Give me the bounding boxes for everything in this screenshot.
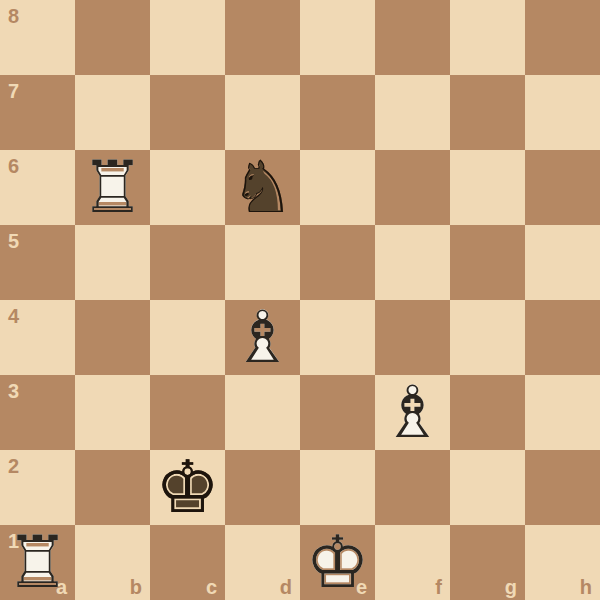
- square-d4[interactable]: ♝♗: [225, 300, 300, 375]
- piece-black-king-c2[interactable]: ♚♔: [150, 450, 225, 525]
- white-bishop-outline-glyph: ♗: [375, 375, 450, 450]
- square-e5[interactable]: [300, 225, 375, 300]
- white-rook-outline-glyph: ♖: [75, 150, 150, 225]
- square-b8[interactable]: [75, 0, 150, 75]
- square-c4[interactable]: [150, 300, 225, 375]
- black-king-outline-glyph: ♔: [150, 450, 225, 525]
- square-a1[interactable]: 1a♜♖: [0, 525, 75, 600]
- square-f6[interactable]: [375, 150, 450, 225]
- square-g8[interactable]: [450, 0, 525, 75]
- square-f2[interactable]: [375, 450, 450, 525]
- square-f8[interactable]: [375, 0, 450, 75]
- piece-white-king-e1[interactable]: ♚♔: [300, 525, 375, 600]
- square-d7[interactable]: [225, 75, 300, 150]
- square-f1[interactable]: f: [375, 525, 450, 600]
- chess-board: 876♜♖♞♘54♝♗3♝♗2♚♔1a♜♖bcde♚♔fgh: [0, 0, 600, 600]
- square-g5[interactable]: [450, 225, 525, 300]
- square-e4[interactable]: [300, 300, 375, 375]
- square-g4[interactable]: [450, 300, 525, 375]
- square-a5[interactable]: 5: [0, 225, 75, 300]
- white-bishop-outline-glyph: ♗: [225, 300, 300, 375]
- square-h4[interactable]: [525, 300, 600, 375]
- square-c3[interactable]: [150, 375, 225, 450]
- square-f4[interactable]: [375, 300, 450, 375]
- square-b4[interactable]: [75, 300, 150, 375]
- square-c2[interactable]: ♚♔: [150, 450, 225, 525]
- rank-label-5: 5: [8, 231, 19, 251]
- square-c7[interactable]: [150, 75, 225, 150]
- square-e8[interactable]: [300, 0, 375, 75]
- square-h2[interactable]: [525, 450, 600, 525]
- rank-label-3: 3: [8, 381, 19, 401]
- square-d8[interactable]: [225, 0, 300, 75]
- piece-white-bishop-f3[interactable]: ♝♗: [375, 375, 450, 450]
- white-king-outline-glyph: ♔: [300, 525, 375, 600]
- piece-black-knight-d6[interactable]: ♞♘: [225, 150, 300, 225]
- square-b2[interactable]: [75, 450, 150, 525]
- square-e7[interactable]: [300, 75, 375, 150]
- square-h3[interactable]: [525, 375, 600, 450]
- black-knight-outline-glyph: ♘: [225, 150, 300, 225]
- square-e3[interactable]: [300, 375, 375, 450]
- square-c8[interactable]: [150, 0, 225, 75]
- square-b5[interactable]: [75, 225, 150, 300]
- rank-label-8: 8: [8, 6, 19, 26]
- square-a7[interactable]: 7: [0, 75, 75, 150]
- rank-label-4: 4: [8, 306, 19, 326]
- square-a2[interactable]: 2: [0, 450, 75, 525]
- square-f5[interactable]: [375, 225, 450, 300]
- square-g6[interactable]: [450, 150, 525, 225]
- square-d6[interactable]: ♞♘: [225, 150, 300, 225]
- square-h1[interactable]: h: [525, 525, 600, 600]
- square-g2[interactable]: [450, 450, 525, 525]
- square-e1[interactable]: e♚♔: [300, 525, 375, 600]
- square-b3[interactable]: [75, 375, 150, 450]
- rank-label-7: 7: [8, 81, 19, 101]
- file-label-f: f: [435, 577, 442, 597]
- square-d2[interactable]: [225, 450, 300, 525]
- piece-white-rook-a1[interactable]: ♜♖: [0, 525, 75, 600]
- square-h5[interactable]: [525, 225, 600, 300]
- square-c6[interactable]: [150, 150, 225, 225]
- file-label-b: b: [130, 577, 142, 597]
- white-rook-outline-glyph: ♖: [0, 525, 75, 600]
- rank-label-6: 6: [8, 156, 19, 176]
- file-label-c: c: [206, 577, 217, 597]
- square-h6[interactable]: [525, 150, 600, 225]
- file-label-d: d: [280, 577, 292, 597]
- square-g1[interactable]: g: [450, 525, 525, 600]
- square-g7[interactable]: [450, 75, 525, 150]
- square-h8[interactable]: [525, 0, 600, 75]
- square-d5[interactable]: [225, 225, 300, 300]
- square-a6[interactable]: 6: [0, 150, 75, 225]
- file-label-g: g: [505, 577, 517, 597]
- square-b6[interactable]: ♜♖: [75, 150, 150, 225]
- square-f3[interactable]: ♝♗: [375, 375, 450, 450]
- square-a4[interactable]: 4: [0, 300, 75, 375]
- square-e6[interactable]: [300, 150, 375, 225]
- square-c5[interactable]: [150, 225, 225, 300]
- square-a8[interactable]: 8: [0, 0, 75, 75]
- piece-white-bishop-d4[interactable]: ♝♗: [225, 300, 300, 375]
- square-h7[interactable]: [525, 75, 600, 150]
- square-a3[interactable]: 3: [0, 375, 75, 450]
- square-b1[interactable]: b: [75, 525, 150, 600]
- square-b7[interactable]: [75, 75, 150, 150]
- piece-white-rook-b6[interactable]: ♜♖: [75, 150, 150, 225]
- square-f7[interactable]: [375, 75, 450, 150]
- file-label-h: h: [580, 577, 592, 597]
- square-d1[interactable]: d: [225, 525, 300, 600]
- square-g3[interactable]: [450, 375, 525, 450]
- rank-label-2: 2: [8, 456, 19, 476]
- square-d3[interactable]: [225, 375, 300, 450]
- square-e2[interactable]: [300, 450, 375, 525]
- square-c1[interactable]: c: [150, 525, 225, 600]
